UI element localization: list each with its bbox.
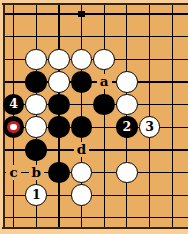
white-stone <box>25 49 47 71</box>
white-stone <box>116 162 138 184</box>
white-stone <box>93 49 115 71</box>
point-label-b: b <box>29 165 44 180</box>
black-stone <box>93 94 115 116</box>
board-edge-left <box>3 3 5 229</box>
white-stone <box>116 71 138 93</box>
black-stone <box>25 71 47 93</box>
grid-line-horizontal <box>3 217 188 218</box>
black-stone-move-4: 4 <box>3 94 25 116</box>
grid-line-horizontal <box>3 13 188 14</box>
white-stone <box>48 71 70 93</box>
black-stone <box>48 116 70 138</box>
black-stone <box>48 162 70 184</box>
white-stone <box>71 184 93 206</box>
black-stone-circle-marked <box>3 116 25 138</box>
white-stone <box>25 94 47 116</box>
black-stone-move-2: 2 <box>116 116 138 138</box>
star-point <box>78 11 85 18</box>
white-stone-move-3: 3 <box>139 116 161 138</box>
board-outer-strip-bottom <box>0 229 188 234</box>
black-stone <box>25 139 47 161</box>
go-board: abcd 4231 <box>0 0 188 234</box>
black-stone <box>48 94 70 116</box>
white-stone <box>48 49 70 71</box>
point-label-a: a <box>97 74 112 89</box>
black-stone <box>71 71 93 93</box>
circle-mark-icon <box>7 121 19 133</box>
point-label-c: c <box>6 165 21 180</box>
white-stone <box>71 49 93 71</box>
white-stone <box>71 162 93 184</box>
grid-line-horizontal <box>3 36 188 37</box>
white-stone-move-1: 1 <box>25 184 47 206</box>
white-stone <box>116 94 138 116</box>
white-stone <box>25 116 47 138</box>
board-edge-bottom <box>2 227 188 229</box>
point-label-d: d <box>74 142 89 157</box>
board-edge-top <box>2 3 188 5</box>
black-stone <box>71 116 93 138</box>
